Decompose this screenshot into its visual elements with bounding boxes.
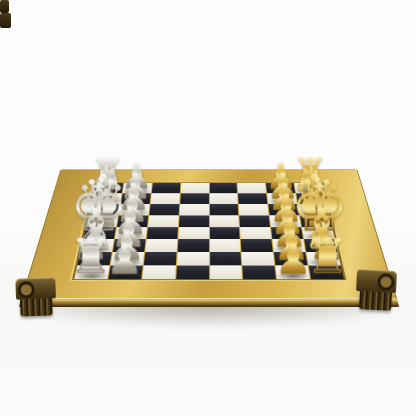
bronze-foot-rear-left bbox=[0, 0, 9, 13]
bronze-foot-front-right bbox=[355, 269, 397, 313]
chess-board: ♜♞♝♛♚♝♞♜♟♟♟♟♟♟♟♟♟♟♟♟♟♟♟♟♜♞♝♛♚♝♞♜ bbox=[21, 169, 398, 300]
piece-figure: ♜ bbox=[301, 235, 354, 279]
piece-black-rook-h8[interactable]: ♜ bbox=[308, 265, 344, 279]
foot-ridges bbox=[359, 290, 392, 311]
foot-scroll-icon bbox=[356, 269, 397, 293]
foot-ridges bbox=[20, 297, 53, 316]
black-rook-icon: ♜ bbox=[305, 235, 348, 279]
board-front-edge bbox=[19, 300, 400, 308]
piece-white-rook-h1[interactable]: ♜ bbox=[74, 265, 110, 279]
bronze-foot-front-left bbox=[15, 277, 56, 318]
foot-scroll-icon bbox=[15, 277, 56, 299]
pieces-layer: ♜♞♝♛♚♝♞♜♟♟♟♟♟♟♟♟♟♟♟♟♟♟♟♟♜♞♝♛♚♝♞♜ bbox=[74, 183, 344, 279]
piece-figure: ♜ bbox=[65, 235, 118, 279]
product-photo-scene: ♜♞♝♛♚♝♞♜♟♟♟♟♟♟♟♟♟♟♟♟♟♟♟♟♜♞♝♛♚♝♞♜ bbox=[0, 0, 416, 416]
white-rook-icon: ♜ bbox=[70, 235, 113, 279]
bronze-foot-rear-right bbox=[0, 13, 11, 28]
